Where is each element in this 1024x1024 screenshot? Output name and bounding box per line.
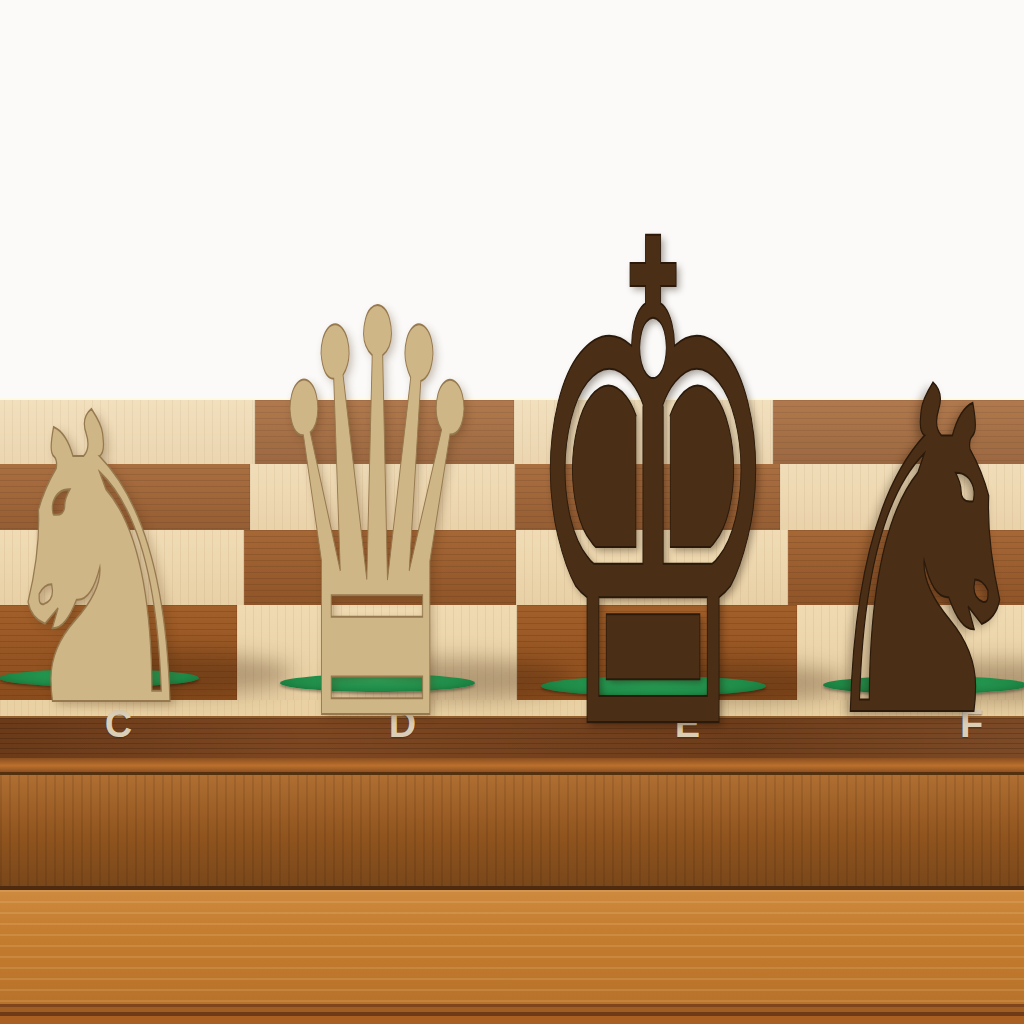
white-queen-icon: ♛ [262,240,493,800]
box-bottom-edge [0,1016,1024,1024]
box-groove-lines [0,1004,1024,1016]
white-knight-icon: ♞ [0,363,210,763]
box-front-panel [0,890,1024,1004]
black-king-icon: ♚ [521,158,784,825]
black-knight-icon: ♞ [808,330,1024,780]
chess-set-photo: CDEF ♞♛♚♞ [0,0,1024,1024]
